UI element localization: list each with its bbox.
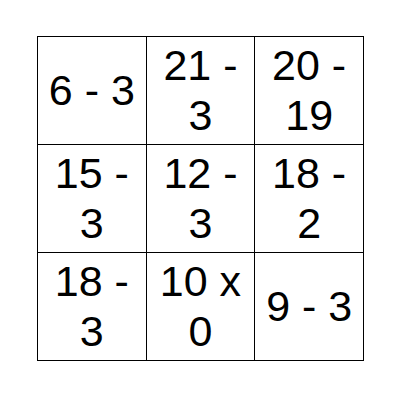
page: 6 - 3 21 - 3 20 - 19 15 - 3 12 - 3 18 - … [0,0,400,400]
cell-r3c1[interactable]: 18 - 3 [38,253,147,361]
cell-r2c2[interactable]: 12 - 3 [147,145,256,253]
cell-r3c2[interactable]: 10 x 0 [147,253,256,361]
cell-r1c1[interactable]: 6 - 3 [38,37,147,145]
bingo-board: 6 - 3 21 - 3 20 - 19 15 - 3 12 - 3 18 - … [37,36,364,361]
cell-r1c2[interactable]: 21 - 3 [147,37,256,145]
cell-r1c3[interactable]: 20 - 19 [255,37,364,145]
cell-r3c3[interactable]: 9 - 3 [255,253,364,361]
cell-r2c3[interactable]: 18 - 2 [255,145,364,253]
cell-r2c1[interactable]: 15 - 3 [38,145,147,253]
